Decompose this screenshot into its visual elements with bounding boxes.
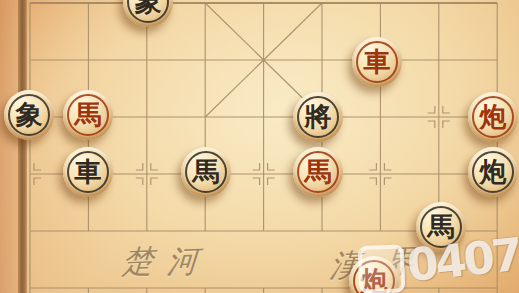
piece-black-elephant-2[interactable]: 象 [4,90,54,140]
piece-red-cannon-1[interactable]: 炮 [468,92,518,142]
piece-black-horse-1[interactable]: 馬 [181,147,231,197]
red-piece-glyph: 車 [364,48,391,75]
black-piece-glyph: 馬 [193,158,220,185]
river-label-char-0: 楚 [120,240,154,283]
piece-black-general[interactable]: 將 [293,92,343,142]
river-label-char-1: 河 [165,240,199,283]
black-piece-glyph: 車 [75,158,102,185]
piece-red-horse-1[interactable]: 馬 [63,90,113,140]
red-piece-glyph: 馬 [75,101,102,128]
piece-red-chariot[interactable]: 車 [352,37,402,87]
black-piece-glyph: 將 [305,103,332,130]
black-piece-glyph: 象 [135,0,162,15]
red-piece-glyph: 炮 [480,103,507,130]
piece-red-horse-2[interactable]: 馬 [293,147,343,197]
xiangqi-board[interactable]: 楚河漢界 象車象馬將炮車馬馬炮馬炮 0407 .com [0,0,519,293]
piece-black-chariot[interactable]: 車 [63,147,113,197]
watermark-logo-icon [358,244,406,293]
watermark-text: 0407 [405,228,519,293]
piece-black-cannon[interactable]: 炮 [468,147,518,197]
red-piece-glyph: 馬 [305,158,332,185]
black-piece-glyph: 象 [16,101,43,128]
black-piece-glyph: 炮 [480,158,507,185]
